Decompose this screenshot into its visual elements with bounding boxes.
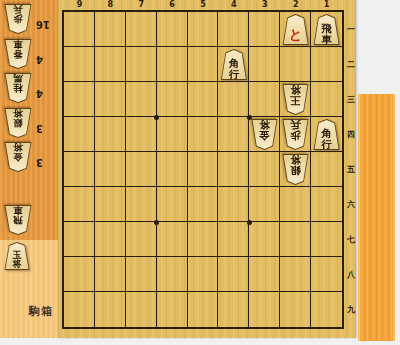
gote-koma-金将[interactable]: 金将 [4, 142, 32, 172]
square-6-1[interactable] [157, 12, 188, 47]
square-4-4[interactable] [218, 117, 249, 152]
file-label: 9 [64, 0, 95, 10]
square-5-6[interactable] [188, 187, 219, 222]
square-9-6[interactable] [64, 187, 95, 222]
rank-coordinates: 一二三四五六七八九 [346, 12, 356, 327]
koma-kanji: 歩兵 [282, 119, 309, 150]
koma-kanji: 飛車 [4, 205, 32, 235]
square-3-1[interactable] [249, 12, 280, 47]
square-4-6[interactable] [218, 187, 249, 222]
square-8-5[interactable] [95, 152, 126, 187]
file-label: 7 [126, 0, 157, 10]
koma-kanji: と [282, 14, 309, 45]
square-2-7[interactable] [280, 222, 311, 257]
file-label: 1 [311, 0, 342, 10]
square-1-8[interactable] [311, 257, 342, 292]
square-3-9[interactable] [249, 292, 280, 327]
square-7-4[interactable] [126, 117, 157, 152]
piece-box-label: 駒箱 [29, 304, 53, 319]
square-6-4[interactable] [157, 117, 188, 152]
square-8-6[interactable] [95, 187, 126, 222]
square-8-3[interactable] [95, 82, 126, 117]
square-6-7[interactable] [157, 222, 188, 257]
square-4-8[interactable] [218, 257, 249, 292]
sente-koma-角行[interactable]: 角行 [313, 119, 340, 150]
hand-count: 4 [36, 54, 43, 65]
square-9-9[interactable] [64, 292, 95, 327]
rank-label: 八 [346, 257, 356, 292]
koma-kanji: 香車 [4, 39, 32, 69]
square-6-3[interactable] [157, 82, 188, 117]
rank-label: 七 [346, 222, 356, 257]
square-7-1[interactable] [126, 12, 157, 47]
hoshi-dot [154, 220, 159, 225]
square-8-7[interactable] [95, 222, 126, 257]
square-5-7[interactable] [188, 222, 219, 257]
square-1-6[interactable] [311, 187, 342, 222]
koma-kanji: 王将 [282, 84, 309, 115]
square-9-3[interactable] [64, 82, 95, 117]
hand-count: 3 [36, 157, 43, 168]
koma-kanji: 銀将 [282, 154, 309, 185]
promoted-sente-koma-と[interactable]: と [282, 14, 309, 45]
square-7-6[interactable] [126, 187, 157, 222]
gote-koma-飛車[interactable]: 飛車 [4, 205, 32, 235]
rank-label: 三 [346, 82, 356, 117]
square-5-4[interactable] [188, 117, 219, 152]
square-1-9[interactable] [311, 292, 342, 327]
gote-koma-銀将[interactable]: 銀将 [4, 108, 32, 138]
square-7-3[interactable] [126, 82, 157, 117]
hand-count: 3 [36, 123, 43, 134]
shogi-app: 歩兵16香車4桂馬4銀将3金将3飛車 駒箱 玉将 987654321 一二三四五… [0, 0, 400, 345]
koma-kanji: 玉将 [4, 242, 30, 270]
koma-kanji: 金将 [4, 142, 32, 172]
gote-koma-金将[interactable]: 金将 [251, 119, 278, 150]
hoshi-dot [247, 220, 252, 225]
rank-label: 九 [346, 292, 356, 327]
file-coordinates: 987654321 [64, 0, 342, 10]
square-3-5[interactable] [249, 152, 280, 187]
square-7-2[interactable] [126, 47, 157, 82]
square-9-7[interactable] [64, 222, 95, 257]
square-5-9[interactable] [188, 292, 219, 327]
side-wood-panel [358, 94, 395, 341]
square-5-5[interactable] [188, 152, 219, 187]
sente-koma-玉将[interactable]: 玉将 [4, 242, 30, 270]
koma-kanji: 角行 [313, 119, 340, 150]
board-plank: 987654321 一二三四五六七八九 [58, 0, 356, 338]
gote-koma-香車[interactable]: 香車 [4, 39, 32, 69]
file-label: 4 [218, 0, 249, 10]
square-9-8[interactable] [64, 257, 95, 292]
file-label: 2 [280, 0, 311, 10]
sente-koma-角行[interactable]: 角行 [220, 49, 247, 80]
file-label: 6 [157, 0, 188, 10]
square-7-9[interactable] [126, 292, 157, 327]
square-3-3[interactable] [249, 82, 280, 117]
square-6-8[interactable] [157, 257, 188, 292]
file-label: 8 [95, 0, 126, 10]
square-3-8[interactable] [249, 257, 280, 292]
square-2-6[interactable] [280, 187, 311, 222]
square-8-8[interactable] [95, 257, 126, 292]
square-6-2[interactable] [157, 47, 188, 82]
square-2-9[interactable] [280, 292, 311, 327]
square-1-3[interactable] [311, 82, 342, 117]
square-2-2[interactable] [280, 47, 311, 82]
square-9-2[interactable] [64, 47, 95, 82]
square-8-9[interactable] [95, 292, 126, 327]
square-5-1[interactable] [188, 12, 219, 47]
square-8-2[interactable] [95, 47, 126, 82]
koma-kanji: 飛車 [313, 14, 340, 45]
square-3-2[interactable] [249, 47, 280, 82]
square-4-9[interactable] [218, 292, 249, 327]
square-4-7[interactable] [218, 222, 249, 257]
square-1-7[interactable] [311, 222, 342, 257]
square-6-9[interactable] [157, 292, 188, 327]
koma-kanji: 桂馬 [4, 73, 32, 103]
square-1-5[interactable] [311, 152, 342, 187]
rank-label: 五 [346, 152, 356, 187]
gote-hand-tray[interactable]: 歩兵16香車4桂馬4銀将3金将3飛車 [0, 0, 58, 240]
square-3-6[interactable] [249, 187, 280, 222]
piece-box-tray[interactable]: 駒箱 玉将 [0, 240, 58, 338]
gote-koma-桂馬[interactable]: 桂馬 [4, 73, 32, 103]
sente-koma-飛車[interactable]: 飛車 [313, 14, 340, 45]
square-8-1[interactable] [95, 12, 126, 47]
square-5-2[interactable] [188, 47, 219, 82]
gote-koma-歩兵[interactable]: 歩兵 [4, 4, 32, 34]
square-5-8[interactable] [188, 257, 219, 292]
gote-koma-銀将[interactable]: 銀将 [282, 154, 309, 185]
square-6-6[interactable] [157, 187, 188, 222]
square-9-1[interactable] [64, 12, 95, 47]
rank-label: 六 [346, 187, 356, 222]
square-7-8[interactable] [126, 257, 157, 292]
file-label: 5 [188, 0, 219, 10]
koma-kanji: 金将 [251, 119, 278, 150]
square-7-7[interactable] [126, 222, 157, 257]
square-1-2[interactable] [311, 47, 342, 82]
rank-label: 二 [346, 47, 356, 82]
hoshi-dot [154, 115, 159, 120]
koma-kanji: 歩兵 [4, 4, 32, 34]
square-5-3[interactable] [188, 82, 219, 117]
gote-koma-王将[interactable]: 王将 [282, 84, 309, 115]
square-3-7[interactable] [249, 222, 280, 257]
koma-kanji: 角行 [220, 49, 247, 80]
gote-koma-歩兵[interactable]: 歩兵 [282, 119, 309, 150]
square-7-5[interactable] [126, 152, 157, 187]
hand-count: 16 [36, 19, 50, 30]
square-4-1[interactable] [218, 12, 249, 47]
square-9-4[interactable] [64, 117, 95, 152]
rank-label: 四 [346, 117, 356, 152]
koma-kanji: 銀将 [4, 108, 32, 138]
square-2-8[interactable] [280, 257, 311, 292]
square-8-4[interactable] [95, 117, 126, 152]
square-9-5[interactable] [64, 152, 95, 187]
square-4-5[interactable] [218, 152, 249, 187]
rank-label: 一 [346, 12, 356, 47]
hand-count: 4 [36, 88, 43, 99]
square-4-3[interactable] [218, 82, 249, 117]
square-6-5[interactable] [157, 152, 188, 187]
file-label: 3 [249, 0, 280, 10]
